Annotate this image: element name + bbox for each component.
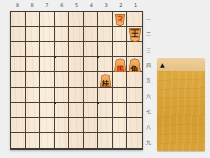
square-8-1[interactable]: [26, 12, 41, 27]
square-8-8[interactable]: [26, 118, 41, 133]
square-8-5[interactable]: [26, 72, 41, 87]
square-9-9[interactable]: [11, 133, 26, 148]
rank-label: 八: [144, 119, 153, 134]
komadai-tray[interactable]: [157, 71, 205, 151]
rank-label: 六: [144, 88, 153, 103]
board-grid: [11, 12, 142, 148]
square-5-2[interactable]: [69, 27, 84, 42]
square-1-1[interactable]: [127, 12, 142, 27]
star-point: [97, 56, 99, 58]
piece-face: 馬: [114, 59, 125, 71]
piece-body: 王: [128, 28, 141, 42]
square-3-8[interactable]: [98, 118, 113, 133]
rank-label: 一: [144, 11, 153, 26]
square-1-7[interactable]: [127, 103, 142, 118]
piece-body: 桂: [100, 74, 112, 87]
square-3-2[interactable]: [98, 27, 113, 42]
square-5-4[interactable]: [69, 57, 84, 72]
square-4-9[interactable]: [84, 133, 99, 148]
square-7-4[interactable]: [40, 57, 55, 72]
square-8-3[interactable]: [26, 42, 41, 57]
square-6-8[interactable]: [55, 118, 70, 133]
square-4-8[interactable]: [84, 118, 99, 133]
file-label: 9: [10, 2, 25, 9]
square-6-4[interactable]: [55, 57, 70, 72]
square-6-2[interactable]: [55, 27, 70, 42]
square-6-7[interactable]: [55, 103, 70, 118]
square-9-5[interactable]: [11, 72, 26, 87]
square-9-4[interactable]: [11, 57, 26, 72]
square-9-3[interactable]: [11, 42, 26, 57]
piece-body: 馬: [114, 58, 127, 72]
square-7-7[interactable]: [40, 103, 55, 118]
rank-label: 七: [144, 104, 153, 119]
square-4-7[interactable]: [84, 103, 99, 118]
file-labels: 9 8 7 6 5 4 3 2 1: [10, 2, 143, 9]
square-2-9[interactable]: [113, 133, 128, 148]
square-4-5[interactable]: [84, 72, 99, 87]
square-5-8[interactable]: [69, 118, 84, 133]
square-7-9[interactable]: [40, 133, 55, 148]
square-3-4[interactable]: [98, 57, 113, 72]
rank-label: 二: [144, 26, 153, 41]
square-7-3[interactable]: [40, 42, 55, 57]
square-8-4[interactable]: [26, 57, 41, 72]
star-point: [54, 56, 56, 58]
square-4-3[interactable]: [84, 42, 99, 57]
rank-label: 四: [144, 57, 153, 72]
piece-glyph-promoted-bishop: 馬: [116, 64, 124, 72]
square-9-6[interactable]: [11, 88, 26, 103]
square-5-5[interactable]: [69, 72, 84, 87]
square-6-6[interactable]: [55, 88, 70, 103]
komadai-header: ▲: [157, 58, 205, 71]
piece-35-knight[interactable]: 桂: [100, 74, 112, 87]
square-8-6[interactable]: [26, 88, 41, 103]
file-label: 5: [69, 2, 84, 9]
square-2-6[interactable]: [113, 88, 128, 103]
square-6-5[interactable]: [55, 72, 70, 87]
file-label: 6: [54, 2, 69, 9]
square-5-1[interactable]: [69, 12, 84, 27]
square-9-1[interactable]: [11, 12, 26, 27]
piece-glyph-king: 王: [130, 28, 139, 37]
sente-komadai[interactable]: ▲: [157, 58, 205, 151]
file-label: 2: [113, 2, 128, 9]
piece-face: 桂: [100, 75, 110, 86]
piece-body: 角: [128, 58, 141, 72]
square-3-9[interactable]: [98, 133, 113, 148]
sente-hand-marker: ▲: [160, 62, 165, 68]
rank-label: 九: [144, 135, 153, 150]
square-6-3[interactable]: [55, 42, 70, 57]
square-5-3[interactable]: [69, 42, 84, 57]
piece-body: と: [115, 14, 126, 26]
rank-label: 五: [144, 73, 153, 88]
piece-14-bishop[interactable]: 角: [128, 58, 141, 72]
square-1-5[interactable]: [127, 72, 142, 87]
file-label: 8: [25, 2, 40, 9]
square-1-3[interactable]: [127, 42, 142, 57]
square-7-2[interactable]: [40, 27, 55, 42]
square-9-7[interactable]: [11, 103, 26, 118]
square-9-2[interactable]: [11, 27, 26, 42]
square-5-6[interactable]: [69, 88, 84, 103]
square-7-5[interactable]: [40, 72, 55, 87]
square-1-6[interactable]: [127, 88, 142, 103]
square-3-1[interactable]: [98, 12, 113, 27]
square-2-3[interactable]: [113, 42, 128, 57]
piece-face: と: [116, 15, 125, 25]
square-7-1[interactable]: [40, 12, 55, 27]
shogi-diagram: 9 8 7 6 5 4 3 2 1 と王馬角桂 一 二 三 四 五 六 七 八 …: [0, 0, 210, 158]
rank-labels: 一 二 三 四 五 六 七 八 九: [144, 11, 153, 150]
square-1-9[interactable]: [127, 133, 142, 148]
square-3-7[interactable]: [98, 103, 113, 118]
square-6-9[interactable]: [55, 133, 70, 148]
file-label: 4: [84, 2, 99, 9]
file-label: 7: [40, 2, 55, 9]
square-4-1[interactable]: [84, 12, 99, 27]
square-1-8[interactable]: [127, 118, 142, 133]
piece-face: 王: [129, 29, 140, 41]
piece-glyph-bishop: 角: [131, 64, 139, 72]
square-3-3[interactable]: [98, 42, 113, 57]
square-6-1[interactable]: [55, 12, 70, 27]
file-label: 3: [99, 2, 114, 9]
star-point: [54, 102, 56, 104]
piece-face: 角: [129, 59, 140, 71]
square-7-8[interactable]: [40, 118, 55, 133]
file-label: 1: [128, 2, 143, 9]
piece-glyph-knight: 桂: [102, 80, 109, 87]
square-5-7[interactable]: [69, 103, 84, 118]
square-2-5[interactable]: [113, 72, 128, 87]
square-5-9[interactable]: [69, 133, 84, 148]
square-2-2[interactable]: [113, 27, 128, 42]
square-4-2[interactable]: [84, 27, 99, 42]
square-2-8[interactable]: [113, 118, 128, 133]
piece-glyph-tokin: と: [117, 14, 124, 21]
piece-21-tokin[interactable]: と: [115, 14, 126, 26]
piece-24-promoted-bishop[interactable]: 馬: [114, 58, 127, 72]
square-8-9[interactable]: [26, 133, 41, 148]
rank-label: 三: [144, 42, 153, 57]
square-4-4[interactable]: [84, 57, 99, 72]
square-3-6[interactable]: [98, 88, 113, 103]
square-9-8[interactable]: [11, 118, 26, 133]
square-8-7[interactable]: [26, 103, 41, 118]
shogi-board: と王馬角桂: [10, 11, 143, 150]
square-8-2[interactable]: [26, 27, 41, 42]
piece-12-king[interactable]: 王: [128, 28, 141, 42]
square-7-6[interactable]: [40, 88, 55, 103]
star-point: [97, 102, 99, 104]
square-4-6[interactable]: [84, 88, 99, 103]
square-2-7[interactable]: [113, 103, 128, 118]
